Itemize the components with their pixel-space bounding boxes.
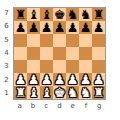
- corner-spacer: [0, 100, 13, 113]
- square-g2[interactable]: ♟: [92, 73, 105, 86]
- square-e7[interactable]: ♞: [66, 8, 79, 21]
- piece-white-rook: ♜: [93, 86, 105, 99]
- piece-white-knight: ♞: [67, 86, 79, 99]
- rank-label-1: 1: [0, 87, 13, 100]
- square-a1[interactable]: ♜: [14, 86, 27, 99]
- file-label-e: e: [66, 100, 79, 113]
- square-e3[interactable]: [66, 60, 79, 73]
- square-f7[interactable]: ♞: [79, 8, 92, 21]
- square-e4[interactable]: [66, 47, 79, 60]
- file-label-d: d: [53, 100, 66, 113]
- square-g4[interactable]: [92, 47, 105, 60]
- square-c6[interactable]: ♟: [40, 21, 53, 34]
- piece-black-pawn: ♟: [67, 21, 79, 34]
- piece-white-king: ♚: [54, 86, 66, 99]
- chess-diagram: 7654321 ♜♝♝♚♞♞♜♟♟♟♟♟♟♟♟♟♟♟♟♟♟♜♝♝♚♞♞♜ abc…: [0, 0, 120, 120]
- square-b3[interactable]: [27, 60, 40, 73]
- square-g3[interactable]: [92, 60, 105, 73]
- square-b2[interactable]: ♟: [27, 73, 40, 86]
- square-g6[interactable]: ♟: [92, 21, 105, 34]
- piece-black-pawn: ♟: [54, 21, 66, 34]
- square-a2[interactable]: ♟: [14, 73, 27, 86]
- square-d4[interactable]: [53, 47, 66, 60]
- square-d1[interactable]: ♚: [53, 86, 66, 99]
- square-g7[interactable]: ♜: [92, 8, 105, 21]
- square-b4[interactable]: [27, 47, 40, 60]
- square-e6[interactable]: ♟: [66, 21, 79, 34]
- square-a5[interactable]: [14, 34, 27, 47]
- square-b1[interactable]: ♝: [27, 86, 40, 99]
- piece-white-pawn: ♟: [41, 73, 53, 86]
- square-f1[interactable]: ♞: [79, 86, 92, 99]
- square-a3[interactable]: [14, 60, 27, 73]
- square-c2[interactable]: ♟: [40, 73, 53, 86]
- square-f5[interactable]: [79, 34, 92, 47]
- square-b7[interactable]: ♝: [27, 8, 40, 21]
- square-d5[interactable]: [53, 34, 66, 47]
- chess-board: ♜♝♝♚♞♞♜♟♟♟♟♟♟♟♟♟♟♟♟♟♟♜♝♝♚♞♞♜: [13, 7, 106, 100]
- square-d7[interactable]: ♚: [53, 8, 66, 21]
- square-g1[interactable]: ♜: [92, 86, 105, 99]
- square-c4[interactable]: [40, 47, 53, 60]
- piece-white-pawn: ♟: [80, 73, 92, 86]
- piece-white-pawn: ♟: [67, 73, 79, 86]
- piece-white-rook: ♜: [15, 86, 27, 99]
- piece-white-pawn: ♟: [15, 73, 27, 86]
- rank-label-6: 6: [0, 20, 13, 33]
- piece-black-knight: ♞: [67, 8, 79, 21]
- square-g5[interactable]: [92, 34, 105, 47]
- piece-white-bishop: ♝: [41, 86, 53, 99]
- file-label-b: b: [26, 100, 39, 113]
- rank-label-7: 7: [0, 7, 13, 20]
- square-e5[interactable]: [66, 34, 79, 47]
- square-a4[interactable]: [14, 47, 27, 60]
- square-f2[interactable]: ♟: [79, 73, 92, 86]
- square-c1[interactable]: ♝: [40, 86, 53, 99]
- piece-white-bishop: ♝: [28, 86, 40, 99]
- square-c5[interactable]: [40, 34, 53, 47]
- board-layout: 7654321 ♜♝♝♚♞♞♜♟♟♟♟♟♟♟♟♟♟♟♟♟♟♜♝♝♚♞♞♜ abc…: [0, 7, 120, 113]
- piece-black-knight: ♞: [80, 8, 92, 21]
- piece-black-bishop: ♝: [41, 8, 53, 21]
- piece-white-pawn: ♟: [93, 73, 105, 86]
- square-f4[interactable]: [79, 47, 92, 60]
- square-d3[interactable]: [53, 60, 66, 73]
- piece-black-rook: ♜: [15, 8, 27, 21]
- rank-label-4: 4: [0, 47, 13, 60]
- rank-label-2: 2: [0, 73, 13, 86]
- square-b5[interactable]: [27, 34, 40, 47]
- rank-label-3: 3: [0, 60, 13, 73]
- piece-white-pawn: ♟: [54, 73, 66, 86]
- square-d2[interactable]: ♟: [53, 73, 66, 86]
- square-f6[interactable]: ♟: [79, 21, 92, 34]
- file-label-a: a: [13, 100, 26, 113]
- square-c3[interactable]: [40, 60, 53, 73]
- piece-black-pawn: ♟: [28, 21, 40, 34]
- square-c7[interactable]: ♝: [40, 8, 53, 21]
- piece-black-pawn: ♟: [41, 21, 53, 34]
- piece-black-king: ♚: [54, 8, 66, 21]
- piece-black-pawn: ♟: [93, 21, 105, 34]
- square-a7[interactable]: ♜: [14, 8, 27, 21]
- square-b6[interactable]: ♟: [27, 21, 40, 34]
- square-e1[interactable]: ♞: [66, 86, 79, 99]
- piece-white-pawn: ♟: [28, 73, 40, 86]
- piece-black-pawn: ♟: [80, 21, 92, 34]
- piece-black-pawn: ♟: [15, 21, 27, 34]
- square-d6[interactable]: ♟: [53, 21, 66, 34]
- rank-label-5: 5: [0, 34, 13, 47]
- file-label-c: c: [40, 100, 53, 113]
- piece-black-bishop: ♝: [28, 8, 40, 21]
- piece-black-rook: ♜: [93, 8, 105, 21]
- square-a6[interactable]: ♟: [14, 21, 27, 34]
- square-e2[interactable]: ♟: [66, 73, 79, 86]
- piece-white-knight: ♞: [80, 86, 92, 99]
- file-label-g: g: [93, 100, 106, 113]
- rank-labels: 7654321: [0, 7, 13, 100]
- file-label-f: f: [79, 100, 92, 113]
- square-f3[interactable]: [79, 60, 92, 73]
- file-labels: abcdefg: [13, 100, 106, 113]
